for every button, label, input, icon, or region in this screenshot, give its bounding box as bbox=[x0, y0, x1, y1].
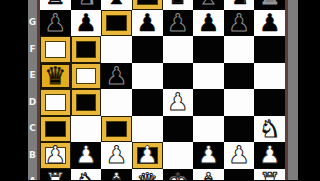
square-a7[interactable]: ♟ bbox=[40, 10, 71, 37]
black-rook: ♜ bbox=[45, 0, 67, 8]
square-g2[interactable]: ♟ bbox=[224, 142, 255, 169]
square-b1[interactable]: ♞ bbox=[71, 169, 102, 181]
white-pawn: ♟ bbox=[75, 143, 97, 167]
white-queen: ♛ bbox=[136, 170, 158, 180]
square-h1[interactable]: ♜ bbox=[254, 169, 285, 181]
black-pawn: ♟ bbox=[228, 11, 250, 35]
square-d7[interactable]: ♟ bbox=[132, 10, 163, 37]
square-c5[interactable]: ♟ bbox=[101, 63, 132, 90]
white-pawn: ♟ bbox=[136, 143, 158, 167]
black-bishop: ♝ bbox=[198, 0, 220, 8]
white-pawn: ♟ bbox=[198, 143, 220, 167]
right-border-strip bbox=[288, 0, 298, 180]
square-b7[interactable]: ♟ bbox=[71, 10, 102, 37]
square-h3[interactable]: ♞ bbox=[254, 116, 285, 143]
square-g7[interactable]: ♟ bbox=[224, 10, 255, 37]
black-pawn: ♟ bbox=[167, 11, 189, 35]
square-c8[interactable]: ♝ bbox=[101, 0, 132, 10]
square-b4[interactable] bbox=[71, 89, 102, 116]
black-pawn: ♟ bbox=[136, 11, 158, 35]
square-h5[interactable] bbox=[254, 63, 285, 90]
rank-label-G: G bbox=[28, 17, 37, 28]
square-g4[interactable] bbox=[224, 89, 255, 116]
white-pawn: ♟ bbox=[167, 90, 189, 114]
rank-label-C: C bbox=[28, 123, 37, 134]
chess-board: ♜♞♝♚♝♞♜♟♟♟♟♟♟♟♛♟♟♞♟♟♟♟♟♟♟♜♞♝♛♚♝♜ bbox=[40, 0, 285, 180]
square-c3[interactable] bbox=[101, 116, 132, 143]
square-a2[interactable]: ♟ bbox=[40, 142, 71, 169]
square-f7[interactable]: ♟ bbox=[193, 10, 224, 37]
black-pawn: ♟ bbox=[75, 11, 97, 35]
square-e3[interactable] bbox=[163, 116, 194, 143]
rank-label-B: B bbox=[28, 150, 37, 161]
square-h2[interactable]: ♟ bbox=[254, 142, 285, 169]
rank-label-D: D bbox=[28, 97, 37, 108]
black-queen: ♛ bbox=[45, 64, 67, 88]
white-pawn: ♟ bbox=[259, 143, 281, 167]
square-g6[interactable] bbox=[224, 36, 255, 63]
square-b3[interactable] bbox=[71, 116, 102, 143]
white-knight: ♞ bbox=[259, 117, 281, 141]
square-d2[interactable]: ♟ bbox=[132, 142, 163, 169]
square-c2[interactable]: ♟ bbox=[101, 142, 132, 169]
black-king: ♚ bbox=[167, 0, 189, 8]
white-pawn: ♟ bbox=[228, 143, 250, 167]
square-e7[interactable]: ♟ bbox=[163, 10, 194, 37]
white-bishop: ♝ bbox=[198, 170, 220, 180]
square-f5[interactable] bbox=[193, 63, 224, 90]
board-frame-right bbox=[285, 0, 288, 180]
square-d3[interactable] bbox=[132, 116, 163, 143]
square-c4[interactable] bbox=[101, 89, 132, 116]
rank-label-F: F bbox=[28, 44, 37, 55]
square-a5[interactable]: ♛ bbox=[40, 63, 71, 90]
square-a4[interactable] bbox=[40, 89, 71, 116]
square-f1[interactable]: ♝ bbox=[193, 169, 224, 181]
black-pawn: ♟ bbox=[106, 64, 128, 88]
white-pawn: ♟ bbox=[45, 143, 67, 167]
rank-label-E: E bbox=[28, 70, 37, 81]
black-rook: ♜ bbox=[259, 0, 281, 8]
black-pawn: ♟ bbox=[198, 11, 220, 35]
rank-label-A: A bbox=[28, 176, 37, 180]
square-d6[interactable] bbox=[132, 36, 163, 63]
square-c6[interactable] bbox=[101, 36, 132, 63]
square-c1[interactable]: ♝ bbox=[101, 169, 132, 181]
chess-app-view: ♜♞♝♚♝♞♜♟♟♟♟♟♟♟♛♟♟♞♟♟♟♟♟♟♟♜♞♝♛♚♝♜ HGFEDCB… bbox=[0, 0, 320, 180]
square-b2[interactable]: ♟ bbox=[71, 142, 102, 169]
white-bishop: ♝ bbox=[106, 170, 128, 180]
square-f2[interactable]: ♟ bbox=[193, 142, 224, 169]
square-b5[interactable] bbox=[71, 63, 102, 90]
black-bishop: ♝ bbox=[106, 0, 128, 8]
square-e5[interactable] bbox=[163, 63, 194, 90]
square-d4[interactable] bbox=[132, 89, 163, 116]
square-e2[interactable] bbox=[163, 142, 194, 169]
square-g5[interactable] bbox=[224, 63, 255, 90]
white-pawn: ♟ bbox=[106, 143, 128, 167]
square-g3[interactable] bbox=[224, 116, 255, 143]
square-g1[interactable] bbox=[224, 169, 255, 181]
square-h6[interactable] bbox=[254, 36, 285, 63]
rank-label-H: H bbox=[28, 0, 37, 2]
square-a3[interactable] bbox=[40, 116, 71, 143]
square-f3[interactable] bbox=[193, 116, 224, 143]
square-e4[interactable]: ♟ bbox=[163, 89, 194, 116]
square-b6[interactable] bbox=[71, 36, 102, 63]
square-h7[interactable]: ♟ bbox=[254, 10, 285, 37]
square-a1[interactable]: ♜ bbox=[40, 169, 71, 181]
square-f6[interactable] bbox=[193, 36, 224, 63]
white-knight: ♞ bbox=[75, 170, 97, 180]
black-pawn: ♟ bbox=[259, 11, 281, 35]
black-knight: ♞ bbox=[75, 0, 97, 8]
square-e1[interactable]: ♚ bbox=[163, 169, 194, 181]
black-pawn: ♟ bbox=[45, 11, 67, 35]
square-h4[interactable] bbox=[254, 89, 285, 116]
square-d5[interactable] bbox=[132, 63, 163, 90]
white-king: ♚ bbox=[167, 170, 189, 180]
black-knight: ♞ bbox=[228, 0, 250, 8]
square-f4[interactable] bbox=[193, 89, 224, 116]
square-d1[interactable]: ♛ bbox=[132, 169, 163, 181]
square-e6[interactable] bbox=[163, 36, 194, 63]
square-c7[interactable] bbox=[101, 10, 132, 37]
white-rook: ♜ bbox=[45, 170, 67, 180]
white-rook: ♜ bbox=[259, 170, 281, 180]
square-a6[interactable] bbox=[40, 36, 71, 63]
